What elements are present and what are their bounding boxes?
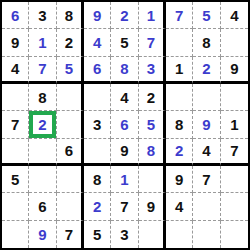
cell-digit: 9: [147, 199, 155, 214]
cell-digit: 9: [93, 8, 101, 23]
cell-digit: 4: [120, 90, 128, 105]
sudoku-board: 6389217549124578475683129842723658916982…: [0, 0, 250, 250]
cell-r5c3[interactable]: [57, 111, 84, 138]
cell-r8c5[interactable]: 7: [111, 193, 138, 220]
cell-digit: 8: [147, 143, 155, 158]
cell-r4c4[interactable]: [84, 84, 111, 111]
cell-r2c8[interactable]: 8: [193, 29, 220, 56]
cell-digit: 2: [120, 8, 128, 23]
cell-r5c6[interactable]: 5: [139, 111, 166, 138]
cell-r3c1[interactable]: 4: [2, 57, 29, 84]
cell-r4c5[interactable]: 4: [111, 84, 138, 111]
cell-r6c9[interactable]: 7: [221, 139, 248, 166]
cell-r1c4[interactable]: 9: [84, 2, 111, 29]
cell-digit: 2: [93, 199, 101, 214]
cell-digit: 1: [230, 117, 238, 132]
cell-digit: 5: [65, 61, 73, 76]
cell-r7c5[interactable]: 1: [111, 166, 138, 193]
cell-digit: 3: [38, 8, 46, 23]
cell-r4c8[interactable]: [193, 84, 220, 111]
cell-r1c3[interactable]: 8: [57, 2, 84, 29]
cell-r4c2[interactable]: 8: [29, 84, 56, 111]
cell-r9c7[interactable]: [166, 221, 193, 248]
cell-r2c4[interactable]: 4: [84, 29, 111, 56]
cell-digit: 9: [38, 227, 46, 242]
cell-digit: 2: [38, 117, 46, 132]
cell-digit: 4: [175, 199, 183, 214]
cell-r9c8[interactable]: [193, 221, 220, 248]
cell-r7c4[interactable]: 8: [84, 166, 111, 193]
cell-digit: 7: [202, 172, 210, 187]
cell-digit: 5: [202, 8, 210, 23]
cell-r1c1[interactable]: 6: [2, 2, 29, 29]
cell-r2c2[interactable]: 1: [29, 29, 56, 56]
cell-digit: 4: [11, 61, 19, 76]
cell-r2c7[interactable]: [166, 29, 193, 56]
cell-digit: 8: [38, 90, 46, 105]
cell-digit: 7: [38, 61, 46, 76]
cell-digit: 6: [38, 199, 46, 214]
cell-r3c4[interactable]: 6: [84, 57, 111, 84]
cell-r6c5[interactable]: 9: [111, 139, 138, 166]
cell-digit: 2: [202, 61, 210, 76]
cell-r9c3[interactable]: 7: [57, 221, 84, 248]
cell-digit: 6: [11, 8, 19, 23]
cell-r4c3[interactable]: [57, 84, 84, 111]
cell-digit: 2: [147, 90, 155, 105]
cell-digit: 8: [175, 117, 183, 132]
cell-digit: 8: [202, 35, 210, 50]
cell-r2c3[interactable]: 2: [57, 29, 84, 56]
cell-digit: 7: [65, 227, 73, 242]
cell-r3c2[interactable]: 7: [29, 57, 56, 84]
cell-digit: 7: [120, 199, 128, 214]
cell-r1c8[interactable]: 5: [193, 2, 220, 29]
cell-r1c2[interactable]: 3: [29, 2, 56, 29]
cell-r9c9[interactable]: [221, 221, 248, 248]
cell-r2c5[interactable]: 5: [111, 29, 138, 56]
cell-r7c6[interactable]: [139, 166, 166, 193]
cell-r1c7[interactable]: 7: [166, 2, 193, 29]
cell-digit: 6: [93, 61, 101, 76]
cell-r5c8[interactable]: 9: [193, 111, 220, 138]
cell-digit: 9: [120, 143, 128, 158]
cell-digit: 5: [120, 35, 128, 50]
cell-digit: 4: [93, 35, 101, 50]
cell-digit: 5: [147, 117, 155, 132]
cell-r6c2[interactable]: [29, 139, 56, 166]
cell-r9c6[interactable]: [139, 221, 166, 248]
cell-r6c4[interactable]: [84, 139, 111, 166]
cell-digit: 9: [230, 61, 238, 76]
cell-digit: 7: [147, 35, 155, 50]
cell-digit: 9: [202, 117, 210, 132]
cell-r8c9[interactable]: [221, 193, 248, 220]
cell-digit: 2: [65, 35, 73, 50]
cell-r8c7[interactable]: 4: [166, 193, 193, 220]
cell-r8c2[interactable]: 6: [29, 193, 56, 220]
cell-digit: 5: [11, 172, 19, 187]
cell-r5c1[interactable]: 7: [2, 111, 29, 138]
cell-r4c7[interactable]: [166, 84, 193, 111]
cell-digit: 3: [93, 117, 101, 132]
cell-digit: 4: [230, 8, 238, 23]
cell-r6c7[interactable]: 2: [166, 139, 193, 166]
cell-r7c1[interactable]: 5: [2, 166, 29, 193]
cell-r8c8[interactable]: [193, 193, 220, 220]
cell-r7c2[interactable]: [29, 166, 56, 193]
cell-r7c3[interactable]: [57, 166, 84, 193]
cell-digit: 6: [120, 117, 128, 132]
cell-digit: 8: [93, 172, 101, 187]
cell-r3c7[interactable]: 1: [166, 57, 193, 84]
cell-digit: 8: [65, 8, 73, 23]
cell-digit: 7: [175, 8, 183, 23]
cell-r6c6[interactable]: 8: [139, 139, 166, 166]
cell-digit: 4: [202, 143, 210, 158]
cell-digit: 6: [65, 143, 73, 158]
cell-r1c9[interactable]: 4: [221, 2, 248, 29]
cell-digit: 5: [93, 227, 101, 242]
cell-digit: 7: [230, 143, 238, 158]
cell-digit: 9: [11, 35, 19, 50]
cell-r3c5[interactable]: 8: [111, 57, 138, 84]
cell-r7c8[interactable]: 7: [193, 166, 220, 193]
cell-r9c5[interactable]: 3: [111, 221, 138, 248]
cell-r1c6[interactable]: 1: [139, 2, 166, 29]
cell-digit: 1: [147, 8, 155, 23]
cell-digit: 1: [175, 61, 183, 76]
cell-r3c8[interactable]: 2: [193, 57, 220, 84]
cell-r5c7[interactable]: 8: [166, 111, 193, 138]
cell-r2c9[interactable]: [221, 29, 248, 56]
cell-r8c4[interactable]: 2: [84, 193, 111, 220]
cell-r7c7[interactable]: 9: [166, 166, 193, 193]
cell-digit: 8: [120, 61, 128, 76]
cell-r7c9[interactable]: [221, 166, 248, 193]
cell-r4c6[interactable]: 2: [139, 84, 166, 111]
cell-digit: 2: [175, 143, 183, 158]
cell-digit: 1: [38, 35, 46, 50]
cell-r9c1[interactable]: [2, 221, 29, 248]
cell-r4c9[interactable]: [221, 84, 248, 111]
cell-r8c3[interactable]: [57, 193, 84, 220]
cell-r5c2[interactable]: 2: [29, 111, 56, 138]
cell-r8c6[interactable]: 9: [139, 193, 166, 220]
cell-r9c2[interactable]: 9: [29, 221, 56, 248]
cell-r5c5[interactable]: 6: [111, 111, 138, 138]
cell-r6c3[interactable]: 6: [57, 139, 84, 166]
cell-r2c1[interactable]: 9: [2, 29, 29, 56]
cell-r3c6[interactable]: 3: [139, 57, 166, 84]
cell-r3c3[interactable]: 5: [57, 57, 84, 84]
cell-r8c1[interactable]: [2, 193, 29, 220]
cell-r5c9[interactable]: 1: [221, 111, 248, 138]
cell-digit: 9: [175, 172, 183, 187]
cell-digit: 1: [120, 172, 128, 187]
cell-digit: 7: [11, 117, 19, 132]
cell-r5c4[interactable]: 3: [84, 111, 111, 138]
cell-r6c8[interactable]: 4: [193, 139, 220, 166]
cell-r3c9[interactable]: 9: [221, 57, 248, 84]
cell-r4c1[interactable]: [2, 84, 29, 111]
cell-digit: 3: [147, 61, 155, 76]
cell-r9c4[interactable]: 5: [84, 221, 111, 248]
cell-r6c1[interactable]: [2, 139, 29, 166]
cell-digit: 3: [120, 227, 128, 242]
cell-r2c6[interactable]: 7: [139, 29, 166, 56]
cell-r1c5[interactable]: 2: [111, 2, 138, 29]
